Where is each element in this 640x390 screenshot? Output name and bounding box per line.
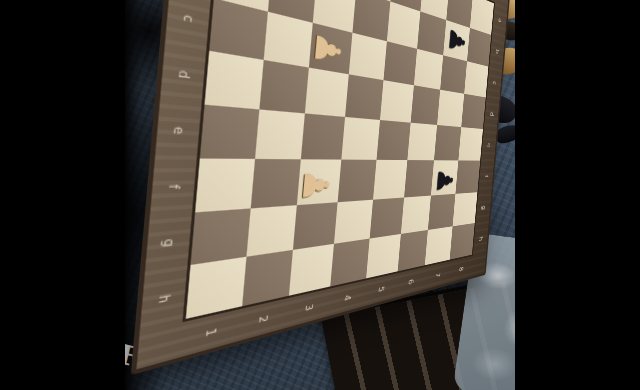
coordinate-label-8: 8 <box>449 258 473 281</box>
square-f4 <box>338 159 377 201</box>
coordinate-label-d: d <box>163 44 203 105</box>
square-h7 <box>425 226 453 265</box>
square-d8 <box>461 94 485 129</box>
square-d4 <box>345 75 383 120</box>
square-e2 <box>255 109 306 159</box>
square-g8 <box>453 192 478 227</box>
square-c8 <box>464 61 488 98</box>
coordinate-label-c: c <box>488 66 501 99</box>
coordinate-label-e: e <box>482 129 496 161</box>
square-h3 <box>289 244 334 296</box>
coordinate-label-7: 7 <box>424 263 451 288</box>
square-c7 <box>440 55 467 94</box>
square-b8 <box>467 28 491 66</box>
square-c5 <box>383 41 416 86</box>
square-e7 <box>434 125 461 160</box>
square-d7 <box>437 90 464 127</box>
carpet-background: ollo 6b F! abcdefgh abcdefgh 87654321 87… <box>125 0 515 390</box>
square-b6 <box>417 11 447 55</box>
coordinate-label-e: e <box>158 101 198 159</box>
square-h6 <box>397 230 428 271</box>
square-h8 <box>450 223 475 259</box>
square-e6 <box>407 123 437 160</box>
coordinate-label-g: g <box>148 214 189 274</box>
square-g7 <box>428 193 455 230</box>
white-pawn-c3: ♟ <box>305 21 350 75</box>
square-d1 <box>205 51 264 109</box>
square-e5 <box>377 120 411 160</box>
square-g6 <box>401 195 432 234</box>
square-e1 <box>200 105 259 159</box>
square-h5 <box>366 234 401 278</box>
coordinate-label-g: g <box>477 192 491 224</box>
square-d2 <box>259 60 309 113</box>
square-g5 <box>370 197 404 239</box>
square-c1 <box>209 0 267 60</box>
white-pawn-f3: ♟ <box>292 162 338 209</box>
square-d5 <box>380 80 414 122</box>
photo-letterbox: ollo 6b F! abcdefgh abcdefgh 87654321 87… <box>0 0 640 390</box>
square-g4 <box>334 199 373 244</box>
square-h2 <box>242 250 294 306</box>
coordinate-label-f: f <box>153 159 193 217</box>
square-g2 <box>246 205 297 258</box>
square-e4 <box>342 117 380 160</box>
coordinate-label-h: h <box>143 268 184 331</box>
coordinate-label-d: d <box>485 98 499 131</box>
square-c6 <box>414 48 444 90</box>
coordinate-label-c: c <box>168 0 208 49</box>
square-d6 <box>410 85 440 125</box>
coordinate-label-f: f <box>479 161 493 193</box>
square-e3 <box>301 113 345 159</box>
square-f8 <box>456 160 481 193</box>
square-c4 <box>349 32 387 80</box>
square-f1 <box>195 158 255 212</box>
square-e8 <box>459 127 483 160</box>
square-f5 <box>373 160 407 200</box>
square-f6 <box>404 160 434 197</box>
square-h4 <box>330 239 369 287</box>
chessboard: abcdefgh abcdefgh 87654321 87654321 ♟♟♟♟ <box>190 0 515 310</box>
black-pawn-b7: ♟ <box>443 19 470 61</box>
coordinate-label-a: a <box>493 3 506 38</box>
square-h1 <box>186 257 246 319</box>
black-pawn-f7: ♟ <box>431 163 459 199</box>
square-d3 <box>305 68 349 117</box>
coordinate-label-h: h <box>474 222 488 255</box>
coordinate-label-b: b <box>491 34 504 68</box>
